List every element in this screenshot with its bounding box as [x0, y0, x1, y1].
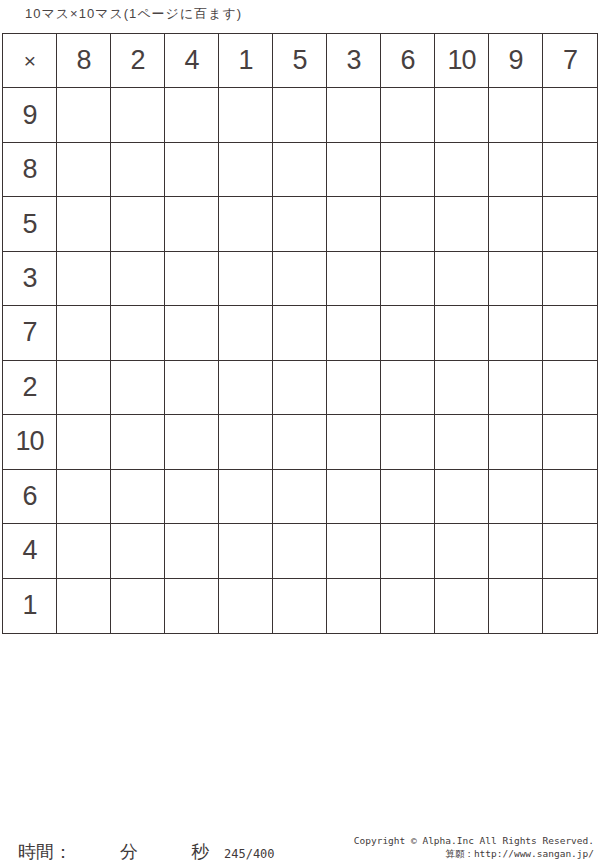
answer-cell-r5-c5 — [273, 306, 327, 360]
answer-cell-r1-c9 — [489, 88, 543, 142]
col-header-cell-10: 7 — [543, 34, 597, 88]
answer-cell-r3-c4 — [219, 197, 273, 251]
answer-cell-r5-c2 — [111, 306, 165, 360]
answer-cell-r10-c8 — [435, 579, 489, 633]
answer-cell-r10-c6 — [327, 579, 381, 633]
answer-cell-r1-c6 — [327, 88, 381, 142]
answer-cell-r9-c9 — [489, 524, 543, 578]
answer-cell-r4-c10 — [543, 252, 597, 306]
col-header-cell-4: 1 — [219, 34, 273, 88]
answer-cell-r7-c4 — [219, 415, 273, 469]
answer-cell-r8-c9 — [489, 470, 543, 524]
answer-cell-r8-c3 — [165, 470, 219, 524]
worksheet-title: 10マス×10マス(1ページに百ます) — [25, 5, 242, 23]
answer-cell-r9-c7 — [381, 524, 435, 578]
answer-cell-r8-c1 — [57, 470, 111, 524]
answer-cell-r5-c10 — [543, 306, 597, 360]
answer-cell-r1-c5 — [273, 88, 327, 142]
answer-cell-r6-c7 — [381, 361, 435, 415]
answer-cell-r3-c7 — [381, 197, 435, 251]
answer-cell-r9-c6 — [327, 524, 381, 578]
copyright-block: Copyright © Alpha.Inc All Rights Reserve… — [354, 835, 594, 860]
answer-cell-r7-c6 — [327, 415, 381, 469]
answer-cell-r6-c1 — [57, 361, 111, 415]
answer-cell-r6-c10 — [543, 361, 597, 415]
answer-cell-r7-c7 — [381, 415, 435, 469]
row-header-cell-9: 4 — [3, 524, 57, 578]
answer-cell-r1-c3 — [165, 88, 219, 142]
seconds-label: 秒 — [191, 840, 209, 864]
row-header-cell-2: 8 — [3, 143, 57, 197]
answer-cell-r3-c1 — [57, 197, 111, 251]
answer-cell-r1-c4 — [219, 88, 273, 142]
answer-cell-r3-c6 — [327, 197, 381, 251]
answer-cell-r4-c9 — [489, 252, 543, 306]
answer-cell-r5-c8 — [435, 306, 489, 360]
answer-cell-r5-c6 — [327, 306, 381, 360]
answer-cell-r4-c2 — [111, 252, 165, 306]
answer-cell-r4-c7 — [381, 252, 435, 306]
answer-cell-r4-c6 — [327, 252, 381, 306]
col-header-cell-5: 5 — [273, 34, 327, 88]
copyright-text: Copyright © Alpha.Inc All Rights Reserve… — [354, 835, 594, 848]
answer-cell-r4-c3 — [165, 252, 219, 306]
answer-cell-r1-c2 — [111, 88, 165, 142]
answer-cell-r2-c10 — [543, 143, 597, 197]
answer-cell-r6-c3 — [165, 361, 219, 415]
answer-cell-r7-c3 — [165, 415, 219, 469]
row-header-cell-6: 2 — [3, 361, 57, 415]
answer-cell-r2-c1 — [57, 143, 111, 197]
answer-cell-r7-c8 — [435, 415, 489, 469]
answer-cell-r7-c2 — [111, 415, 165, 469]
answer-cell-r2-c3 — [165, 143, 219, 197]
row-header-cell-3: 5 — [3, 197, 57, 251]
answer-cell-r9-c4 — [219, 524, 273, 578]
answer-cell-r9-c2 — [111, 524, 165, 578]
row-header-cell-5: 7 — [3, 306, 57, 360]
row-header-cell-8: 6 — [3, 470, 57, 524]
answer-cell-r3-c10 — [543, 197, 597, 251]
answer-cell-r9-c5 — [273, 524, 327, 578]
answer-cell-r2-c9 — [489, 143, 543, 197]
answer-cell-r2-c4 — [219, 143, 273, 197]
answer-cell-r10-c4 — [219, 579, 273, 633]
answer-cell-r4-c1 — [57, 252, 111, 306]
answer-cell-r10-c9 — [489, 579, 543, 633]
answer-cell-r10-c7 — [381, 579, 435, 633]
answer-cell-r1-c7 — [381, 88, 435, 142]
answer-cell-r6-c9 — [489, 361, 543, 415]
col-header-cell-6: 3 — [327, 34, 381, 88]
answer-cell-r8-c7 — [381, 470, 435, 524]
answer-cell-r4-c8 — [435, 252, 489, 306]
answer-cell-r4-c5 — [273, 252, 327, 306]
answer-cell-r7-c9 — [489, 415, 543, 469]
answer-cell-r8-c2 — [111, 470, 165, 524]
answer-cell-r8-c10 — [543, 470, 597, 524]
col-header-cell-8: 10 — [435, 34, 489, 88]
time-label: 時間： — [18, 840, 72, 864]
answer-cell-r8-c6 — [327, 470, 381, 524]
answer-cell-r1-c10 — [543, 88, 597, 142]
answer-cell-r7-c1 — [57, 415, 111, 469]
answer-cell-r9-c10 — [543, 524, 597, 578]
answer-cell-r3-c3 — [165, 197, 219, 251]
answer-cell-r1-c1 — [57, 88, 111, 142]
answer-cell-r10-c10 — [543, 579, 597, 633]
minutes-label: 分 — [120, 840, 138, 864]
answer-cell-r3-c5 — [273, 197, 327, 251]
answer-cell-r6-c5 — [273, 361, 327, 415]
answer-cell-r6-c4 — [219, 361, 273, 415]
answer-cell-r9-c8 — [435, 524, 489, 578]
col-header-cell-3: 4 — [165, 34, 219, 88]
page-counter: 245/400 — [224, 847, 275, 861]
answer-cell-r10-c5 — [273, 579, 327, 633]
answer-cell-r2-c2 — [111, 143, 165, 197]
answer-cell-r5-c9 — [489, 306, 543, 360]
answer-cell-r7-c10 — [543, 415, 597, 469]
answer-cell-r9-c3 — [165, 524, 219, 578]
col-header-cell-1: 8 — [57, 34, 111, 88]
col-header-cell-7: 6 — [381, 34, 435, 88]
row-header-cell-1: 9 — [3, 88, 57, 142]
answer-cell-r2-c7 — [381, 143, 435, 197]
row-header-cell-10: 1 — [3, 579, 57, 633]
answer-cell-r6-c6 — [327, 361, 381, 415]
answer-cell-r8-c5 — [273, 470, 327, 524]
answer-cell-r3-c9 — [489, 197, 543, 251]
col-header-cell-9: 9 — [489, 34, 543, 88]
time-entry-line: 時間： 分 秒 — [18, 840, 216, 865]
answer-cell-r6-c2 — [111, 361, 165, 415]
answer-cell-r5-c7 — [381, 306, 435, 360]
row-header-cell-7: 10 — [3, 415, 57, 469]
answer-cell-r9-c1 — [57, 524, 111, 578]
answer-cell-r2-c6 — [327, 143, 381, 197]
answer-cell-r8-c4 — [219, 470, 273, 524]
answer-cell-r10-c3 — [165, 579, 219, 633]
multiplication-grid: ×8241536109798537210641 — [2, 33, 598, 634]
answer-cell-r7-c5 — [273, 415, 327, 469]
answer-cell-r6-c8 — [435, 361, 489, 415]
answer-cell-r3-c8 — [435, 197, 489, 251]
answer-cell-r4-c4 — [219, 252, 273, 306]
row-header-cell-4: 3 — [3, 252, 57, 306]
answer-cell-r8-c8 — [435, 470, 489, 524]
answer-cell-r3-c2 — [111, 197, 165, 251]
answer-cell-r1-c8 — [435, 88, 489, 142]
answer-cell-r10-c1 — [57, 579, 111, 633]
answer-cell-r10-c2 — [111, 579, 165, 633]
answer-cell-r2-c5 — [273, 143, 327, 197]
source-url: 算願：http://www.sangan.jp/ — [354, 848, 594, 861]
answer-cell-r5-c4 — [219, 306, 273, 360]
col-header-cell-2: 2 — [111, 34, 165, 88]
answer-cell-r5-c1 — [57, 306, 111, 360]
answer-cell-r5-c3 — [165, 306, 219, 360]
operator-cell: × — [3, 34, 57, 88]
answer-cell-r2-c8 — [435, 143, 489, 197]
